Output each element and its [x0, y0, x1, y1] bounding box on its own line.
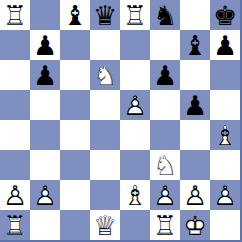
square-h7[interactable]: ♟ [210, 30, 240, 60]
square-e8[interactable]: ♜♖ [120, 0, 150, 30]
piece-glyph: ♘ [150, 150, 180, 180]
piece-white-bishop[interactable]: ♝♗ [120, 180, 150, 210]
square-f3[interactable]: ♞♘ [150, 150, 180, 180]
piece-black-pawn[interactable]: ♟ [150, 60, 180, 90]
square-c8[interactable]: ♝ [60, 0, 90, 30]
square-g4[interactable] [180, 120, 210, 150]
square-f1[interactable]: ♜♖ [150, 210, 180, 240]
piece-white-pawn[interactable]: ♟♙ [0, 180, 30, 210]
piece-glyph: ♖ [0, 0, 30, 30]
piece-glyph: ♙ [210, 180, 240, 210]
piece-white-pawn[interactable]: ♟♙ [210, 180, 240, 210]
piece-black-queen[interactable]: ♛ [90, 0, 120, 30]
piece-glyph: ♘ [90, 60, 120, 90]
piece-glyph: ♟ [30, 60, 60, 90]
piece-black-bishop[interactable]: ♝ [180, 30, 210, 60]
piece-black-pawn[interactable]: ♟ [30, 30, 60, 60]
square-e3[interactable] [120, 150, 150, 180]
square-h8[interactable]: ♚ [210, 0, 240, 30]
square-a8[interactable]: ♜♖ [0, 0, 30, 30]
square-d2[interactable] [90, 180, 120, 210]
chess-board: ♜♖♝♛♜♖♞♚♟♝♟♟♞♘♟♟♙♟♝♗♞♘♟♙♟♙♝♗♟♙♟♙♟♙♜♖♛♕♜♖… [0, 0, 242, 242]
piece-glyph: ♙ [0, 180, 30, 210]
square-b7[interactable]: ♟ [30, 30, 60, 60]
square-h6[interactable] [210, 60, 240, 90]
square-d1[interactable]: ♛♕ [90, 210, 120, 240]
square-b8[interactable] [30, 0, 60, 30]
square-a1[interactable]: ♜♖ [0, 210, 30, 240]
square-g7[interactable]: ♝ [180, 30, 210, 60]
square-a2[interactable]: ♟♙ [0, 180, 30, 210]
piece-black-pawn[interactable]: ♟ [180, 90, 210, 120]
piece-glyph: ♖ [0, 210, 30, 240]
square-c1[interactable] [60, 210, 90, 240]
piece-white-rook[interactable]: ♜♖ [0, 0, 30, 30]
square-d6[interactable]: ♞♘ [90, 60, 120, 90]
square-f7[interactable] [150, 30, 180, 60]
piece-white-pawn[interactable]: ♟♙ [150, 180, 180, 210]
square-e6[interactable] [120, 60, 150, 90]
square-c4[interactable] [60, 120, 90, 150]
piece-black-knight[interactable]: ♞ [150, 0, 180, 30]
piece-white-knight[interactable]: ♞♘ [90, 60, 120, 90]
square-f4[interactable] [150, 120, 180, 150]
piece-black-bishop[interactable]: ♝ [60, 0, 90, 30]
piece-black-pawn[interactable]: ♟ [210, 30, 240, 60]
square-a3[interactable] [0, 150, 30, 180]
square-a6[interactable] [0, 60, 30, 90]
square-g6[interactable] [180, 60, 210, 90]
piece-glyph: ♖ [150, 210, 180, 240]
square-b4[interactable] [30, 120, 60, 150]
piece-white-pawn[interactable]: ♟♙ [120, 90, 150, 120]
piece-glyph: ♙ [180, 180, 210, 210]
piece-white-rook[interactable]: ♜♖ [120, 0, 150, 30]
piece-white-queen[interactable]: ♛♕ [90, 210, 120, 240]
piece-glyph: ♙ [150, 180, 180, 210]
piece-glyph: ♗ [120, 180, 150, 210]
square-f6[interactable]: ♟ [150, 60, 180, 90]
square-a4[interactable] [0, 120, 30, 150]
square-d3[interactable] [90, 150, 120, 180]
piece-glyph: ♛ [90, 0, 120, 30]
square-e5[interactable]: ♟♙ [120, 90, 150, 120]
square-e7[interactable] [120, 30, 150, 60]
square-h1[interactable] [210, 210, 240, 240]
square-h3[interactable] [210, 150, 240, 180]
piece-glyph: ♗ [210, 120, 240, 150]
piece-white-rook[interactable]: ♜♖ [0, 210, 30, 240]
square-g2[interactable]: ♟♙ [180, 180, 210, 210]
square-f8[interactable]: ♞ [150, 0, 180, 30]
piece-white-king[interactable]: ♚♔ [180, 210, 210, 240]
square-d5[interactable] [90, 90, 120, 120]
square-g1[interactable]: ♚♔ [180, 210, 210, 240]
piece-glyph: ♚ [210, 0, 240, 30]
square-e1[interactable] [120, 210, 150, 240]
square-d8[interactable]: ♛ [90, 0, 120, 30]
piece-glyph: ♟ [210, 30, 240, 60]
square-b6[interactable]: ♟ [30, 60, 60, 90]
square-c5[interactable] [60, 90, 90, 120]
square-g3[interactable] [180, 150, 210, 180]
piece-white-pawn[interactable]: ♟♙ [30, 180, 60, 210]
piece-black-king[interactable]: ♚ [210, 0, 240, 30]
piece-glyph: ♙ [30, 180, 60, 210]
square-b5[interactable] [30, 90, 60, 120]
piece-black-pawn[interactable]: ♟ [30, 60, 60, 90]
piece-glyph: ♟ [150, 60, 180, 90]
square-c7[interactable] [60, 30, 90, 60]
square-d4[interactable] [90, 120, 120, 150]
piece-glyph: ♟ [180, 90, 210, 120]
piece-white-bishop[interactable]: ♝♗ [210, 120, 240, 150]
square-h5[interactable] [210, 90, 240, 120]
piece-glyph: ♙ [120, 90, 150, 120]
square-e2[interactable]: ♝♗ [120, 180, 150, 210]
square-h4[interactable]: ♝♗ [210, 120, 240, 150]
piece-glyph: ♞ [150, 0, 180, 30]
square-f5[interactable] [150, 90, 180, 120]
piece-white-knight[interactable]: ♞♘ [150, 150, 180, 180]
square-g8[interactable] [180, 0, 210, 30]
piece-glyph: ♔ [180, 210, 210, 240]
piece-glyph: ♟ [30, 30, 60, 60]
piece-glyph: ♖ [120, 0, 150, 30]
square-e4[interactable] [120, 120, 150, 150]
square-f2[interactable]: ♟♙ [150, 180, 180, 210]
piece-glyph: ♝ [180, 30, 210, 60]
square-c2[interactable] [60, 180, 90, 210]
square-b1[interactable] [30, 210, 60, 240]
square-b3[interactable] [30, 150, 60, 180]
square-c6[interactable] [60, 60, 90, 90]
square-a7[interactable] [0, 30, 30, 60]
square-h2[interactable]: ♟♙ [210, 180, 240, 210]
square-d7[interactable] [90, 30, 120, 60]
piece-white-rook[interactable]: ♜♖ [150, 210, 180, 240]
square-a5[interactable] [0, 90, 30, 120]
square-g5[interactable]: ♟ [180, 90, 210, 120]
square-c3[interactable] [60, 150, 90, 180]
piece-white-pawn[interactable]: ♟♙ [180, 180, 210, 210]
piece-glyph: ♕ [90, 210, 120, 240]
piece-glyph: ♝ [60, 0, 90, 30]
square-b2[interactable]: ♟♙ [30, 180, 60, 210]
